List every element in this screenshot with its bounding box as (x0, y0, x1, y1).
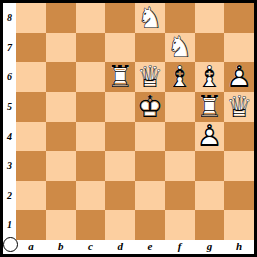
rank-label-6: 6 (3, 62, 16, 92)
board-square-g1[interactable] (195, 210, 225, 240)
file-label-g: g (195, 240, 225, 254)
file-label-h: h (224, 240, 254, 254)
board-square-d7[interactable] (105, 33, 135, 63)
piece-fill-white-queen-h5: ♛ (224, 92, 254, 122)
board-square-d1[interactable] (105, 210, 135, 240)
board-square-f5[interactable] (165, 92, 195, 122)
board-square-f7[interactable]: ♞♘ (165, 33, 195, 63)
board-square-b3[interactable] (46, 151, 76, 181)
board-square-h8[interactable] (224, 3, 254, 33)
board-square-e8[interactable]: ♞♘ (135, 3, 165, 33)
board-square-g4[interactable]: ♟♙ (195, 122, 225, 152)
board-square-h1[interactable] (224, 210, 254, 240)
piece-fill-white-bishop-g6: ♝ (195, 62, 225, 92)
board-square-h5[interactable]: ♛♕ (224, 92, 254, 122)
piece-fill-white-pawn-h6: ♟ (224, 62, 254, 92)
board-square-f6[interactable]: ♝♗ (165, 62, 195, 92)
board-square-c2[interactable] (76, 181, 106, 211)
chess-diagram: ♞♘♞♘♜♖♛♕♝♗♝♗♟♙♚♔♜♖♛♕♟♙ 87654321 abcdefgh (0, 0, 257, 257)
board-square-b4[interactable] (46, 122, 76, 152)
piece-white-pawn-h6[interactable]: ♙ (224, 62, 254, 92)
board-square-f4[interactable] (165, 122, 195, 152)
board-square-d4[interactable] (105, 122, 135, 152)
board-square-e1[interactable] (135, 210, 165, 240)
rank-label-2: 2 (3, 181, 16, 211)
board-square-b6[interactable] (46, 62, 76, 92)
board-square-a2[interactable] (16, 181, 46, 211)
piece-white-queen-e6[interactable]: ♕ (135, 62, 165, 92)
board-square-c8[interactable] (76, 3, 106, 33)
chess-board: ♞♘♞♘♜♖♛♕♝♗♝♗♟♙♚♔♜♖♛♕♟♙ (16, 3, 254, 240)
board-square-d3[interactable] (105, 151, 135, 181)
board-square-f2[interactable] (165, 181, 195, 211)
board-square-d5[interactable] (105, 92, 135, 122)
file-label-a: a (16, 240, 46, 254)
file-label-b: b (46, 240, 76, 254)
board-square-b5[interactable] (46, 92, 76, 122)
rank-label-1: 1 (3, 210, 16, 240)
board-square-e7[interactable] (135, 33, 165, 63)
board-square-e6[interactable]: ♛♕ (135, 62, 165, 92)
file-label-f: f (165, 240, 195, 254)
piece-fill-white-king-e5: ♚ (135, 92, 165, 122)
piece-white-knight-f7[interactable]: ♘ (165, 33, 195, 63)
piece-white-queen-h5[interactable]: ♕ (224, 92, 254, 122)
board-square-c5[interactable] (76, 92, 106, 122)
board-square-a4[interactable] (16, 122, 46, 152)
piece-fill-white-bishop-f6: ♝ (165, 62, 195, 92)
board-square-e3[interactable] (135, 151, 165, 181)
piece-white-rook-g5[interactable]: ♖ (195, 92, 225, 122)
rank-label-3: 3 (3, 151, 16, 181)
piece-white-pawn-g4[interactable]: ♙ (195, 122, 225, 152)
file-label-e: e (135, 240, 165, 254)
board-square-h2[interactable] (224, 181, 254, 211)
board-square-h4[interactable] (224, 122, 254, 152)
piece-fill-white-knight-e8: ♞ (135, 3, 165, 33)
file-label-c: c (76, 240, 106, 254)
board-square-d2[interactable] (105, 181, 135, 211)
board-square-a3[interactable] (16, 151, 46, 181)
piece-fill-white-pawn-g4: ♟ (195, 122, 225, 152)
piece-fill-white-rook-d6: ♜ (105, 62, 135, 92)
file-label-d: d (105, 240, 135, 254)
board-square-c1[interactable] (76, 210, 106, 240)
board-square-h3[interactable] (224, 151, 254, 181)
board-square-g8[interactable] (195, 3, 225, 33)
board-square-f3[interactable] (165, 151, 195, 181)
rank-label-5: 5 (3, 92, 16, 122)
board-square-h7[interactable] (224, 33, 254, 63)
board-square-d8[interactable] (105, 3, 135, 33)
rank-label-7: 7 (3, 33, 16, 63)
piece-white-bishop-f6[interactable]: ♗ (165, 62, 195, 92)
piece-fill-white-knight-f7: ♞ (165, 33, 195, 63)
board-square-g3[interactable] (195, 151, 225, 181)
board-square-g6[interactable]: ♝♗ (195, 62, 225, 92)
side-to-move-indicator (3, 237, 18, 252)
board-square-a1[interactable] (16, 210, 46, 240)
board-square-a8[interactable] (16, 3, 46, 33)
piece-white-knight-e8[interactable]: ♘ (135, 3, 165, 33)
board-square-e2[interactable] (135, 181, 165, 211)
file-labels: abcdefgh (16, 240, 254, 254)
board-square-d6[interactable]: ♜♖ (105, 62, 135, 92)
board-square-g5[interactable]: ♜♖ (195, 92, 225, 122)
board-square-a7[interactable] (16, 33, 46, 63)
board-square-g7[interactable] (195, 33, 225, 63)
board-square-e4[interactable] (135, 122, 165, 152)
board-square-b8[interactable] (46, 3, 76, 33)
piece-white-king-e5[interactable]: ♔ (135, 92, 165, 122)
board-square-b1[interactable] (46, 210, 76, 240)
board-square-h6[interactable]: ♟♙ (224, 62, 254, 92)
rank-label-8: 8 (3, 3, 16, 33)
piece-fill-white-queen-e6: ♛ (135, 62, 165, 92)
board-square-f1[interactable] (165, 210, 195, 240)
board-square-g2[interactable] (195, 181, 225, 211)
board-square-a6[interactable] (16, 62, 46, 92)
rank-label-4: 4 (3, 122, 16, 152)
board-square-a5[interactable] (16, 92, 46, 122)
piece-fill-white-rook-g5: ♜ (195, 92, 225, 122)
board-square-b7[interactable] (46, 33, 76, 63)
board-square-c4[interactable] (76, 122, 106, 152)
piece-white-bishop-g6[interactable]: ♗ (195, 62, 225, 92)
board-square-e5[interactable]: ♚♔ (135, 92, 165, 122)
board-square-c7[interactable] (76, 33, 106, 63)
board-square-f8[interactable] (165, 3, 195, 33)
board-square-b2[interactable] (46, 181, 76, 211)
board-square-c6[interactable] (76, 62, 106, 92)
board-square-c3[interactable] (76, 151, 106, 181)
piece-white-rook-d6[interactable]: ♖ (105, 62, 135, 92)
